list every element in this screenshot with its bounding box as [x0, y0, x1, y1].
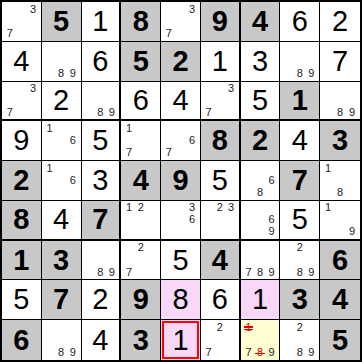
cell-r7c7[interactable]: 789: [241, 241, 281, 281]
candidate-grid: 36: [161, 201, 200, 239]
cell-r9c1[interactable]: 6: [2, 320, 42, 360]
given-digit: 4: [320, 280, 360, 319]
solved-digit: 5: [2, 280, 41, 319]
solved-digit: 5: [161, 241, 200, 280]
candidate-8: 8: [254, 266, 266, 278]
candidate-grid: 68: [241, 161, 280, 200]
cell-r9c9[interactable]: 5: [320, 320, 360, 360]
candidate-grid: 16: [42, 121, 81, 160]
cell-r3c6[interactable]: 37: [201, 82, 241, 122]
candidate-8: 8: [55, 346, 67, 359]
given-digit: 5: [320, 320, 360, 360]
candidate-grid: 18: [320, 161, 360, 200]
candidate-6: 6: [67, 174, 79, 186]
solved-digit: 5: [280, 201, 319, 239]
candidate-6: 6: [266, 174, 278, 186]
candidate-9: 9: [306, 266, 318, 278]
candidate-7: 7: [203, 346, 214, 359]
given-digit: 4: [241, 2, 280, 41]
candidate-grid: 37: [161, 2, 200, 41]
cell-r1c1[interactable]: 37: [2, 2, 42, 42]
solved-digit: 6: [121, 82, 160, 120]
solved-digit: 7: [320, 42, 360, 81]
strike-bar: [244, 329, 254, 331]
candidate-7: 7: [4, 28, 16, 40]
candidate-3: 3: [225, 83, 236, 95]
candidate-2: 2: [294, 242, 306, 254]
cell-r5c3[interactable]: 3: [82, 161, 122, 201]
solved-digit: 2: [82, 280, 120, 319]
cell-r8c1[interactable]: 5: [2, 280, 42, 320]
cell-r9c5[interactable]: 1: [161, 320, 201, 360]
cell-r4c5[interactable]: 67: [161, 121, 201, 161]
cell-r2c2[interactable]: 89: [42, 42, 82, 82]
cell-r6c3[interactable]: 7: [82, 201, 122, 241]
cell-r2c1[interactable]: 4: [2, 42, 42, 82]
cell-r1c2[interactable]: 5: [42, 2, 82, 42]
candidate-3: 3: [27, 83, 39, 95]
given-digit: 3: [42, 241, 81, 280]
given-digit: 5: [42, 2, 81, 41]
cell-r2c5[interactable]: 2: [161, 42, 201, 82]
sudoku-board: 3751837946248965213897372896437518991651…: [0, 0, 362, 362]
candidate-3: 3: [225, 202, 236, 214]
solved-digit: 5: [241, 82, 280, 120]
given-digit: 2: [241, 121, 280, 160]
solved-digit: 6: [280, 2, 319, 41]
cell-r2c4[interactable]: 5: [121, 42, 161, 82]
given-digit: 6: [2, 320, 41, 360]
candidate-1: 1: [123, 122, 135, 134]
given-digit: 4: [201, 241, 239, 280]
cell-r2c3[interactable]: 6: [82, 42, 122, 82]
given-digit: 3: [320, 121, 360, 160]
cell-r9c3[interactable]: 4: [82, 320, 122, 360]
candidate-9: 9: [306, 346, 318, 359]
cell-r1c3[interactable]: 1: [82, 2, 122, 42]
candidate-grid: 17: [121, 121, 160, 160]
cell-r3c7[interactable]: 5: [241, 82, 281, 122]
candidate-grid: 89: [42, 320, 81, 360]
solved-digit: 4: [161, 82, 200, 120]
candidate-3: 3: [186, 202, 198, 214]
candidate-6: 6: [186, 135, 198, 147]
solved-digit: 1: [241, 280, 280, 319]
cell-r7c9[interactable]: 6: [320, 241, 360, 281]
candidate-8: 8: [55, 67, 67, 79]
candidate-7: 7: [203, 106, 214, 118]
cell-r3c3[interactable]: 89: [82, 82, 122, 122]
candidate-7: 7: [243, 346, 255, 359]
candidate-grid: 27: [121, 241, 160, 280]
cell-r3c2[interactable]: 2: [42, 82, 82, 122]
solved-digit: 4: [2, 42, 41, 81]
cell-r7c2[interactable]: 3: [42, 241, 82, 281]
candidate-9: 9: [67, 67, 79, 79]
candidate-7: 7: [243, 266, 255, 278]
cell-r1c8[interactable]: 6: [280, 2, 320, 42]
given-digit: 8: [121, 2, 160, 41]
candidate-grid: 89: [42, 42, 81, 81]
cell-r9c8[interactable]: 289: [280, 320, 320, 360]
solved-digit: 1: [161, 320, 200, 360]
cell-r5c6[interactable]: 5: [201, 161, 241, 201]
solved-digit: 4: [42, 201, 81, 239]
candidate-9: 9: [67, 346, 79, 359]
given-digit: 9: [121, 280, 160, 319]
cell-r9c4[interactable]: 3: [121, 320, 161, 360]
candidate-grid: 16: [42, 161, 81, 200]
cell-r9c6[interactable]: 27: [201, 320, 241, 360]
candidate-8: 8: [95, 106, 106, 118]
solved-digit: 1: [82, 2, 120, 41]
given-digit: 7: [82, 201, 120, 239]
cell-r2c7[interactable]: 3: [241, 42, 281, 82]
candidate-grid: 89: [280, 42, 319, 81]
cell-r3c4[interactable]: 6: [121, 82, 161, 122]
cell-r4c4[interactable]: 17: [121, 121, 161, 161]
candidate-grid: 67: [161, 121, 200, 160]
strike-bar: [244, 326, 254, 328]
candidate-7: 7: [4, 106, 16, 118]
cell-r7c4[interactable]: 27: [121, 241, 161, 281]
solved-digit: 1: [201, 42, 239, 81]
candidate-3: 3: [186, 3, 198, 15]
candidate-9: 9: [106, 106, 117, 118]
solved-digit: 4: [82, 320, 120, 360]
given-digit: 3: [121, 320, 160, 360]
candidate-1: 1: [322, 162, 334, 174]
candidate-6: 6: [266, 214, 278, 226]
cell-r5c1[interactable]: 2: [2, 161, 42, 201]
solved-digit: 2: [42, 82, 81, 120]
cell-r4c9[interactable]: 3: [320, 121, 360, 161]
given-digit: 4: [121, 161, 160, 200]
candidate-9: 9: [106, 266, 117, 278]
candidate-7: 7: [163, 28, 175, 40]
cell-r1c6[interactable]: 9: [201, 2, 241, 42]
candidate-grid: 89: [82, 241, 120, 280]
cell-r8c7[interactable]: 1: [241, 280, 281, 320]
cell-r8c9[interactable]: 4: [320, 280, 360, 320]
solved-digit: 8: [161, 280, 200, 319]
candidate-6: 6: [67, 135, 79, 147]
candidate-8: 8: [334, 187, 346, 199]
given-digit: 7: [280, 161, 319, 200]
candidate-8: 8: [95, 266, 106, 278]
candidate-grid: 89: [320, 82, 360, 120]
cell-r6c7[interactable]: 69: [241, 201, 281, 241]
solved-digit: 3: [241, 42, 280, 81]
cell-r5c5[interactable]: 9: [161, 161, 201, 201]
cell-r7c8[interactable]: 289: [280, 241, 320, 281]
cell-r2c6[interactable]: 1: [201, 42, 241, 82]
candidate-grid: 27: [201, 320, 239, 360]
given-digit: 9: [201, 2, 239, 41]
cell-r8c8[interactable]: 3: [280, 280, 320, 320]
candidate-grid: 289: [280, 241, 319, 280]
candidate-9: 9: [266, 346, 278, 359]
candidate-2: 2: [214, 321, 225, 334]
candidate-1: 1: [123, 202, 135, 214]
cell-r5c8[interactable]: 7: [280, 161, 320, 201]
cell-r4c3[interactable]: 5: [82, 121, 122, 161]
cell-r2c8[interactable]: 89: [280, 42, 320, 82]
candidate-grid: 12: [121, 201, 160, 239]
solved-digit: 3: [82, 161, 120, 200]
cell-r4c2[interactable]: 16: [42, 121, 82, 161]
candidate-eliminated-1: 1: [243, 321, 255, 334]
candidate-grid: 789: [241, 241, 280, 280]
cell-r6c5[interactable]: 36: [161, 201, 201, 241]
candidate-grid: 69: [241, 201, 280, 239]
solved-digit: 4: [280, 121, 319, 160]
cell-r6c6[interactable]: 23: [201, 201, 241, 241]
given-digit: 3: [280, 280, 319, 319]
candidate-9: 9: [346, 226, 358, 238]
solved-digit: 6: [201, 280, 239, 319]
candidate-9: 9: [346, 106, 358, 118]
candidate-8: 8: [294, 346, 306, 359]
cell-r1c9[interactable]: 2: [320, 2, 360, 42]
given-digit: 5: [121, 42, 160, 81]
candidate-grid: 37: [2, 82, 41, 120]
given-digit: 7: [42, 280, 81, 319]
candidate-9: 9: [266, 266, 278, 278]
candidate-8: 8: [294, 266, 306, 278]
cell-r8c5[interactable]: 8: [161, 280, 201, 320]
cell-r4c7[interactable]: 2: [241, 121, 281, 161]
cell-r3c1[interactable]: 37: [2, 82, 42, 122]
candidate-1: 1: [44, 122, 56, 134]
candidate-2: 2: [294, 321, 306, 334]
cell-r6c8[interactable]: 5: [280, 201, 320, 241]
cell-r6c2[interactable]: 4: [42, 201, 82, 241]
cell-r6c9[interactable]: 19: [320, 201, 360, 241]
cell-r3c8[interactable]: 1: [280, 82, 320, 122]
cell-r8c3[interactable]: 2: [82, 280, 122, 320]
cell-r1c7[interactable]: 4: [241, 2, 281, 42]
given-digit: 9: [161, 161, 200, 200]
solved-digit: 5: [201, 161, 239, 200]
candidate-grid: 89: [82, 82, 120, 120]
candidate-2: 2: [135, 242, 147, 254]
given-digit: 8: [201, 121, 239, 160]
cell-r7c5[interactable]: 5: [161, 241, 201, 281]
cell-r7c3[interactable]: 89: [82, 241, 122, 281]
candidate-grid: 1789: [241, 320, 280, 360]
cell-r2c9[interactable]: 7: [320, 42, 360, 82]
candidate-1: 1: [44, 162, 56, 174]
candidate-7: 7: [123, 266, 135, 278]
solved-digit: 9: [2, 121, 41, 160]
candidate-2: 2: [135, 202, 147, 214]
candidate-grid: 23: [201, 201, 239, 239]
given-digit: 8: [2, 201, 41, 239]
candidate-grid: 289: [280, 320, 319, 360]
given-digit: 2: [2, 161, 41, 200]
candidate-9: 9: [306, 67, 318, 79]
candidate-eliminated-8: 8: [254, 346, 266, 359]
cell-r4c1[interactable]: 9: [2, 121, 42, 161]
cell-r4c6[interactable]: 8: [201, 121, 241, 161]
candidate-9: 9: [266, 226, 278, 238]
candidate-3: 3: [27, 3, 39, 15]
cell-r6c4[interactable]: 12: [121, 201, 161, 241]
cell-r9c2[interactable]: 89: [42, 320, 82, 360]
cell-r8c2[interactable]: 7: [42, 280, 82, 320]
cell-r8c6[interactable]: 6: [201, 280, 241, 320]
cell-r5c9[interactable]: 18: [320, 161, 360, 201]
candidate-1: 1: [322, 202, 334, 214]
given-digit: 6: [320, 241, 360, 280]
solved-digit: 2: [320, 2, 360, 41]
cell-r7c6[interactable]: 4: [201, 241, 241, 281]
candidate-2: 2: [214, 202, 225, 214]
strike-bar: [255, 353, 265, 355]
candidate-7: 7: [163, 147, 175, 159]
candidate-grid: 19: [320, 201, 360, 239]
candidate-6: 6: [186, 214, 198, 226]
given-digit: 1: [280, 82, 319, 120]
cell-r7c1[interactable]: 1: [2, 241, 42, 281]
cell-r5c4[interactable]: 4: [121, 161, 161, 201]
cell-r4c8[interactable]: 4: [280, 121, 320, 161]
cell-r9c7[interactable]: 1789: [241, 320, 281, 360]
candidate-8: 8: [254, 187, 266, 199]
cell-r3c5[interactable]: 4: [161, 82, 201, 122]
candidate-grid: 37: [2, 2, 41, 41]
cell-r5c7[interactable]: 68: [241, 161, 281, 201]
given-digit: 2: [161, 42, 200, 81]
cell-r3c9[interactable]: 89: [320, 82, 360, 122]
cell-r8c4[interactable]: 9: [121, 280, 161, 320]
candidate-8: 8: [294, 67, 306, 79]
candidate-grid: 37: [201, 82, 239, 120]
candidate-7: 7: [123, 147, 135, 159]
solved-digit: 6: [82, 42, 120, 81]
given-digit: 1: [2, 241, 41, 280]
cell-r6c1[interactable]: 8: [2, 201, 42, 241]
solved-digit: 5: [82, 121, 120, 160]
cell-r5c2[interactable]: 16: [42, 161, 82, 201]
cell-r1c5[interactable]: 37: [161, 2, 201, 42]
candidate-8: 8: [334, 106, 346, 118]
cell-r1c4[interactable]: 8: [121, 2, 161, 42]
